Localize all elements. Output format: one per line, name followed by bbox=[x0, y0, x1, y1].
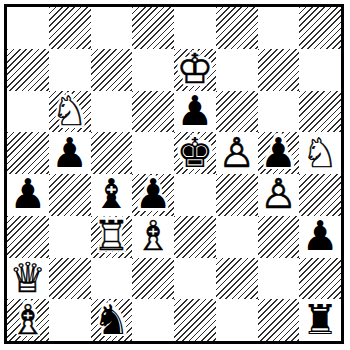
white-rook[interactable]: ♜♖ bbox=[91, 216, 133, 258]
black-pawn[interactable]: ♟♟ bbox=[174, 91, 216, 133]
piece-glyph: ♚ bbox=[174, 132, 216, 174]
piece-glyph: ♟ bbox=[7, 174, 49, 216]
square-d3[interactable]: ♝♗ bbox=[132, 216, 174, 258]
square-g3[interactable] bbox=[258, 216, 300, 258]
black-king[interactable]: ♚♚ bbox=[174, 132, 216, 174]
white-knight[interactable]: ♞♘ bbox=[49, 91, 91, 133]
square-c6[interactable] bbox=[91, 91, 133, 133]
square-h3[interactable]: ♟♟ bbox=[299, 216, 341, 258]
square-g2[interactable] bbox=[258, 258, 300, 300]
black-pawn[interactable]: ♟♟ bbox=[132, 174, 174, 216]
piece-glyph: ♖ bbox=[91, 216, 133, 258]
square-f1[interactable] bbox=[216, 299, 258, 341]
square-e8[interactable] bbox=[174, 7, 216, 49]
square-f5[interactable]: ♟♙ bbox=[216, 132, 258, 174]
square-b8[interactable] bbox=[49, 7, 91, 49]
black-pawn[interactable]: ♟♟ bbox=[49, 132, 91, 174]
black-pawn[interactable]: ♟♟ bbox=[299, 216, 341, 258]
black-rook[interactable]: ♜♜ bbox=[299, 299, 341, 341]
square-f3[interactable] bbox=[216, 216, 258, 258]
square-c8[interactable] bbox=[91, 7, 133, 49]
square-a1[interactable]: ♝♗ bbox=[7, 299, 49, 341]
black-knight[interactable]: ♞♞ bbox=[91, 299, 133, 341]
square-c2[interactable] bbox=[91, 258, 133, 300]
square-b4[interactable] bbox=[49, 174, 91, 216]
white-king[interactable]: ♚♔ bbox=[174, 49, 216, 91]
square-h5[interactable]: ♞♘ bbox=[299, 132, 341, 174]
square-d4[interactable]: ♟♟ bbox=[132, 174, 174, 216]
square-d6[interactable] bbox=[132, 91, 174, 133]
square-a3[interactable] bbox=[7, 216, 49, 258]
chess-board: ♚♔♞♘♟♟♟♟♚♚♟♙♟♟♞♘♟♟♝♝♟♟♟♙♜♖♝♗♟♟♛♕♝♗♞♞♜♜ bbox=[4, 4, 344, 344]
square-a4[interactable]: ♟♟ bbox=[7, 174, 49, 216]
white-queen[interactable]: ♛♕ bbox=[7, 258, 49, 300]
square-g5[interactable]: ♟♟ bbox=[258, 132, 300, 174]
black-bishop[interactable]: ♝♝ bbox=[91, 174, 133, 216]
piece-glyph: ♞ bbox=[91, 299, 133, 341]
piece-glyph: ♟ bbox=[49, 132, 91, 174]
square-a5[interactable] bbox=[7, 132, 49, 174]
square-a8[interactable] bbox=[7, 7, 49, 49]
square-h4[interactable] bbox=[299, 174, 341, 216]
square-h8[interactable] bbox=[299, 7, 341, 49]
square-c5[interactable] bbox=[91, 132, 133, 174]
square-a7[interactable] bbox=[7, 49, 49, 91]
square-f8[interactable] bbox=[216, 7, 258, 49]
square-g8[interactable] bbox=[258, 7, 300, 49]
square-e1[interactable] bbox=[174, 299, 216, 341]
piece-glyph: ♟ bbox=[132, 174, 174, 216]
square-f6[interactable] bbox=[216, 91, 258, 133]
piece-glyph: ♝ bbox=[91, 174, 133, 216]
square-g4[interactable]: ♟♙ bbox=[258, 174, 300, 216]
square-f7[interactable] bbox=[216, 49, 258, 91]
square-d8[interactable] bbox=[132, 7, 174, 49]
square-g7[interactable] bbox=[258, 49, 300, 91]
white-pawn[interactable]: ♟♙ bbox=[216, 132, 258, 174]
piece-glyph: ♟ bbox=[258, 132, 300, 174]
square-d5[interactable] bbox=[132, 132, 174, 174]
piece-glyph: ♙ bbox=[216, 132, 258, 174]
square-a2[interactable]: ♛♕ bbox=[7, 258, 49, 300]
white-bishop[interactable]: ♝♗ bbox=[7, 299, 49, 341]
square-c3[interactable]: ♜♖ bbox=[91, 216, 133, 258]
square-d7[interactable] bbox=[132, 49, 174, 91]
white-bishop[interactable]: ♝♗ bbox=[132, 216, 174, 258]
square-d1[interactable] bbox=[132, 299, 174, 341]
piece-glyph: ♗ bbox=[132, 216, 174, 258]
square-b2[interactable] bbox=[49, 258, 91, 300]
square-c4[interactable]: ♝♝ bbox=[91, 174, 133, 216]
square-d2[interactable] bbox=[132, 258, 174, 300]
square-h1[interactable]: ♜♜ bbox=[299, 299, 341, 341]
piece-glyph: ♘ bbox=[299, 132, 341, 174]
black-pawn[interactable]: ♟♟ bbox=[258, 132, 300, 174]
square-b5[interactable]: ♟♟ bbox=[49, 132, 91, 174]
square-f2[interactable] bbox=[216, 258, 258, 300]
piece-glyph: ♗ bbox=[7, 299, 49, 341]
white-knight[interactable]: ♞♘ bbox=[299, 132, 341, 174]
square-e7[interactable]: ♚♔ bbox=[174, 49, 216, 91]
square-h2[interactable] bbox=[299, 258, 341, 300]
square-b1[interactable] bbox=[49, 299, 91, 341]
square-e5[interactable]: ♚♚ bbox=[174, 132, 216, 174]
piece-glyph: ♙ bbox=[258, 174, 300, 216]
piece-glyph: ♟ bbox=[299, 216, 341, 258]
square-h6[interactable] bbox=[299, 91, 341, 133]
square-c1[interactable]: ♞♞ bbox=[91, 299, 133, 341]
square-g6[interactable] bbox=[258, 91, 300, 133]
square-b6[interactable]: ♞♘ bbox=[49, 91, 91, 133]
square-e4[interactable] bbox=[174, 174, 216, 216]
square-e3[interactable] bbox=[174, 216, 216, 258]
chess-diagram: ♚♔♞♘♟♟♟♟♚♚♟♙♟♟♞♘♟♟♝♝♟♟♟♙♜♖♝♗♟♟♛♕♝♗♞♞♜♜ bbox=[0, 0, 350, 350]
square-h7[interactable] bbox=[299, 49, 341, 91]
piece-glyph: ♔ bbox=[174, 49, 216, 91]
piece-glyph: ♕ bbox=[7, 258, 49, 300]
piece-glyph: ♘ bbox=[49, 91, 91, 133]
piece-glyph: ♜ bbox=[299, 299, 341, 341]
square-c7[interactable] bbox=[91, 49, 133, 91]
square-e2[interactable] bbox=[174, 258, 216, 300]
piece-glyph: ♟ bbox=[174, 91, 216, 133]
square-b7[interactable] bbox=[49, 49, 91, 91]
square-g1[interactable] bbox=[258, 299, 300, 341]
square-e6[interactable]: ♟♟ bbox=[174, 91, 216, 133]
black-pawn[interactable]: ♟♟ bbox=[7, 174, 49, 216]
square-b3[interactable] bbox=[49, 216, 91, 258]
square-a6[interactable] bbox=[7, 91, 49, 133]
white-pawn[interactable]: ♟♙ bbox=[258, 174, 300, 216]
square-f4[interactable] bbox=[216, 174, 258, 216]
